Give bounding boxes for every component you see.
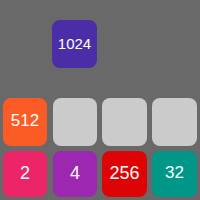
tile-256[interactable]: 256	[102, 151, 147, 197]
tile-value: 32	[165, 163, 184, 183]
tile-value: 2	[20, 163, 30, 184]
tile-32[interactable]: 32	[152, 151, 197, 197]
tile-1024-falling[interactable]: 1024	[52, 20, 97, 68]
tile-4[interactable]: 4	[53, 151, 97, 197]
tile-value: 512	[11, 111, 39, 131]
tile-value: 1024	[58, 35, 91, 52]
tile-value: 256	[109, 163, 139, 184]
tile-value: 4	[70, 163, 80, 184]
empty-cell[interactable]	[152, 98, 197, 146]
tile-2[interactable]: 2	[3, 151, 47, 197]
empty-cell[interactable]	[53, 98, 97, 146]
empty-cell[interactable]	[102, 98, 147, 146]
game-board[interactable]: 1024 512 2 4 256 32	[0, 0, 200, 200]
tile-512[interactable]: 512	[3, 98, 47, 146]
